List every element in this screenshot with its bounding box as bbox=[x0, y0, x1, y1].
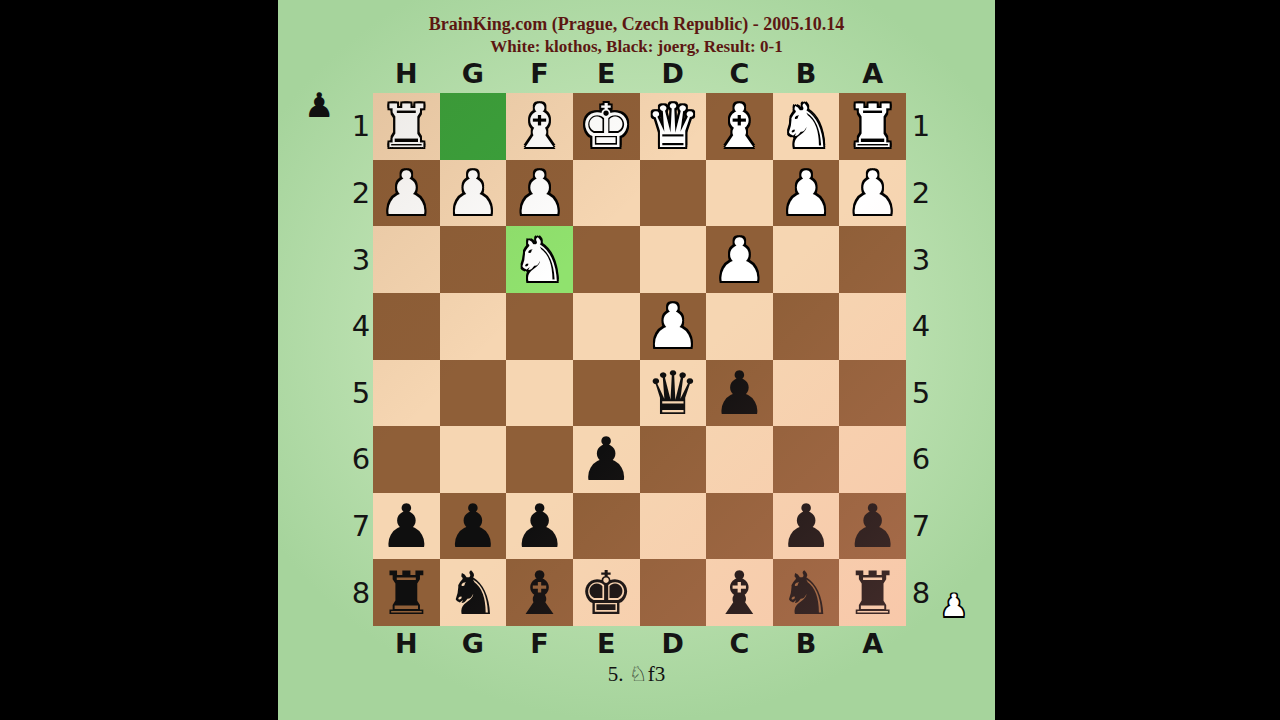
game-players-result: White: klothos, Black: joerg, Result: 0-… bbox=[278, 36, 995, 58]
black-pawn: ♟ bbox=[713, 363, 767, 423]
square-e8[interactable]: ♚ bbox=[573, 559, 640, 626]
square-a6[interactable] bbox=[839, 426, 906, 493]
square-d8[interactable] bbox=[640, 559, 707, 626]
square-f6[interactable] bbox=[506, 426, 573, 493]
black-pawn: ♟ bbox=[513, 496, 567, 556]
white-pawn: ♟ bbox=[446, 163, 500, 223]
file-label-b-top: B bbox=[773, 58, 840, 90]
square-b7[interactable]: ♟ bbox=[773, 493, 840, 560]
square-c1[interactable]: ♝ bbox=[706, 93, 773, 160]
square-h4[interactable] bbox=[373, 293, 440, 360]
square-c5[interactable]: ♟ bbox=[706, 360, 773, 427]
square-d5[interactable]: ♛ bbox=[640, 360, 707, 427]
square-b6[interactable] bbox=[773, 426, 840, 493]
square-a4[interactable] bbox=[839, 293, 906, 360]
white-pawn: ♟ bbox=[646, 296, 700, 356]
white-knight: ♞ bbox=[513, 230, 567, 290]
square-g1[interactable] bbox=[440, 93, 507, 160]
square-d3[interactable] bbox=[640, 226, 707, 293]
square-a3[interactable] bbox=[839, 226, 906, 293]
file-label-b-bottom: B bbox=[773, 628, 840, 660]
header: BrainKing.com (Prague, Czech Republic) -… bbox=[278, 13, 995, 58]
white-king: ♚ bbox=[579, 96, 633, 156]
square-c4[interactable] bbox=[706, 293, 773, 360]
black-rook: ♜ bbox=[846, 563, 900, 623]
file-label-a-bottom: A bbox=[839, 628, 906, 660]
white-pawn: ♟ bbox=[513, 163, 567, 223]
square-a2[interactable]: ♟ bbox=[839, 160, 906, 227]
square-e7[interactable] bbox=[573, 493, 640, 560]
square-b5[interactable] bbox=[773, 360, 840, 427]
square-h3[interactable] bbox=[373, 226, 440, 293]
square-c7[interactable] bbox=[706, 493, 773, 560]
file-label-a-top: A bbox=[839, 58, 906, 90]
square-e6[interactable]: ♟ bbox=[573, 426, 640, 493]
black-pawn: ♟ bbox=[579, 429, 633, 489]
file-label-g-bottom: G bbox=[440, 628, 507, 660]
black-bishop: ♝ bbox=[513, 563, 567, 623]
white-rook: ♜ bbox=[846, 96, 900, 156]
file-label-h-top: H bbox=[373, 58, 440, 90]
square-f4[interactable] bbox=[506, 293, 573, 360]
game-title: BrainKing.com (Prague, Czech Republic) -… bbox=[278, 13, 995, 36]
chess-board: ♜♝♚♛♝♞♜♟♟♟♟♟♞♟♟♛♟♟♟♟♟♟♟♜♞♝♚♝♞♜ bbox=[373, 93, 906, 626]
square-g4[interactable] bbox=[440, 293, 507, 360]
square-a8[interactable]: ♜ bbox=[839, 559, 906, 626]
black-pawn: ♟ bbox=[379, 496, 433, 556]
file-label-c-bottom: C bbox=[706, 628, 773, 660]
square-f2[interactable]: ♟ bbox=[506, 160, 573, 227]
square-h1[interactable]: ♜ bbox=[373, 93, 440, 160]
video-frame: BrainKing.com (Prague, Czech Republic) -… bbox=[0, 0, 1280, 720]
square-f7[interactable]: ♟ bbox=[506, 493, 573, 560]
black-pawn: ♟ bbox=[779, 496, 833, 556]
file-label-e-top: E bbox=[573, 58, 640, 90]
file-labels-top: HGFEDCBA bbox=[373, 58, 906, 90]
black-knight: ♞ bbox=[779, 563, 833, 623]
white-rook: ♜ bbox=[379, 96, 433, 156]
square-e3[interactable] bbox=[573, 226, 640, 293]
square-c6[interactable] bbox=[706, 426, 773, 493]
square-b8[interactable]: ♞ bbox=[773, 559, 840, 626]
file-label-d-bottom: D bbox=[640, 628, 707, 660]
square-d6[interactable] bbox=[640, 426, 707, 493]
file-label-g-top: G bbox=[440, 58, 507, 90]
square-e1[interactable]: ♚ bbox=[573, 93, 640, 160]
white-knight: ♞ bbox=[779, 96, 833, 156]
square-f3[interactable]: ♞ bbox=[506, 226, 573, 293]
square-e4[interactable] bbox=[573, 293, 640, 360]
square-h2[interactable]: ♟ bbox=[373, 160, 440, 227]
white-pawn: ♟ bbox=[846, 163, 900, 223]
square-b1[interactable]: ♞ bbox=[773, 93, 840, 160]
file-labels-bottom: HGFEDCBA bbox=[373, 628, 906, 660]
square-f8[interactable]: ♝ bbox=[506, 559, 573, 626]
square-g6[interactable] bbox=[440, 426, 507, 493]
captured-black-pawn-icon: ♟ bbox=[304, 88, 334, 122]
square-a5[interactable] bbox=[839, 360, 906, 427]
square-f1[interactable]: ♝ bbox=[506, 93, 573, 160]
white-pawn: ♟ bbox=[379, 163, 433, 223]
file-label-f-top: F bbox=[506, 58, 573, 90]
captured-white-pawn-icon: ♟ bbox=[940, 590, 968, 621]
white-bishop: ♝ bbox=[513, 96, 567, 156]
square-h8[interactable]: ♜ bbox=[373, 559, 440, 626]
file-label-f-bottom: F bbox=[506, 628, 573, 660]
square-a1[interactable]: ♜ bbox=[839, 93, 906, 160]
current-move-text: 5. ♘f3 bbox=[278, 662, 995, 687]
black-pawn: ♟ bbox=[846, 496, 900, 556]
square-b2[interactable]: ♟ bbox=[773, 160, 840, 227]
square-b4[interactable] bbox=[773, 293, 840, 360]
white-pawn: ♟ bbox=[779, 163, 833, 223]
square-c8[interactable]: ♝ bbox=[706, 559, 773, 626]
file-label-d-top: D bbox=[640, 58, 707, 90]
square-e2[interactable] bbox=[573, 160, 640, 227]
square-h5[interactable] bbox=[373, 360, 440, 427]
square-c3[interactable]: ♟ bbox=[706, 226, 773, 293]
square-g5[interactable] bbox=[440, 360, 507, 427]
black-rook: ♜ bbox=[379, 563, 433, 623]
black-pawn: ♟ bbox=[446, 496, 500, 556]
square-d4[interactable]: ♟ bbox=[640, 293, 707, 360]
white-pawn: ♟ bbox=[713, 230, 767, 290]
square-d7[interactable] bbox=[640, 493, 707, 560]
file-label-h-bottom: H bbox=[373, 628, 440, 660]
square-h6[interactable] bbox=[373, 426, 440, 493]
square-d2[interactable] bbox=[640, 160, 707, 227]
square-a7[interactable]: ♟ bbox=[839, 493, 906, 560]
file-label-e-bottom: E bbox=[573, 628, 640, 660]
square-c2[interactable] bbox=[706, 160, 773, 227]
white-queen: ♛ bbox=[646, 96, 700, 156]
white-bishop: ♝ bbox=[713, 96, 767, 156]
black-queen: ♛ bbox=[646, 363, 700, 423]
square-b3[interactable] bbox=[773, 226, 840, 293]
square-g8[interactable]: ♞ bbox=[440, 559, 507, 626]
file-label-c-top: C bbox=[706, 58, 773, 90]
square-e5[interactable] bbox=[573, 360, 640, 427]
square-f5[interactable] bbox=[506, 360, 573, 427]
game-viewer: BrainKing.com (Prague, Czech Republic) -… bbox=[278, 0, 995, 720]
square-g7[interactable]: ♟ bbox=[440, 493, 507, 560]
black-bishop: ♝ bbox=[713, 563, 767, 623]
square-d1[interactable]: ♛ bbox=[640, 93, 707, 160]
square-h7[interactable]: ♟ bbox=[373, 493, 440, 560]
black-knight: ♞ bbox=[446, 563, 500, 623]
square-g2[interactable]: ♟ bbox=[440, 160, 507, 227]
black-king: ♚ bbox=[579, 563, 633, 623]
square-g3[interactable] bbox=[440, 226, 507, 293]
